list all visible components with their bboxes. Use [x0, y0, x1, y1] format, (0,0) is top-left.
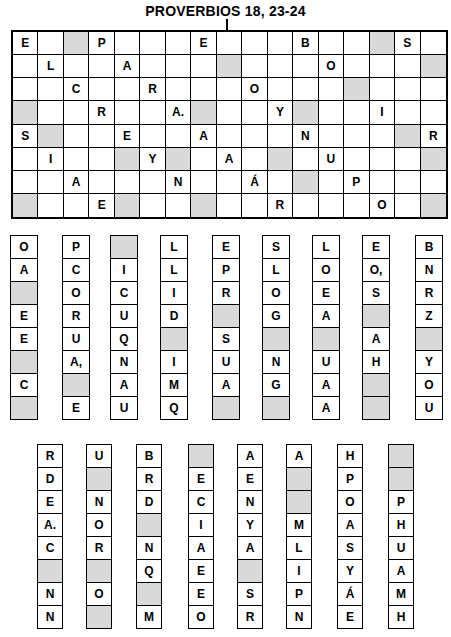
middle-strip-2-cell-6: [63, 374, 89, 397]
middle-strip-1-cell-3: E: [11, 305, 37, 328]
middle-strip-4-cell-1: L: [161, 259, 187, 282]
grid-cell-r4c0: S: [13, 125, 38, 148]
grid-cell-r7c16: [421, 194, 446, 217]
bottom-strip-6-cell-1: [287, 468, 311, 491]
middle-strip-8-cell-4: A: [363, 328, 389, 351]
grid-cell-r2c11: [293, 78, 318, 101]
grid-cell-r2c15: [395, 78, 420, 101]
grid-cell-r1c3: [89, 55, 114, 78]
grid-cell-r1c14: [370, 55, 395, 78]
middle-strip-1-cell-0: O: [11, 236, 37, 259]
bottom-strip-8-cell-5: A: [389, 560, 413, 583]
grid-cell-r4c16: R: [421, 125, 446, 148]
bottom-strip-8-cell-0: [389, 445, 413, 468]
grid-cell-r0c11: B: [293, 32, 318, 55]
grid-cell-r5c2: [64, 148, 89, 171]
middle-strip-5: EPRSUA: [212, 235, 240, 420]
bottom-strip-2-cell-0: U: [87, 445, 111, 468]
grid-cell-r1c15: [395, 55, 420, 78]
grid-cell-r7c0: [13, 194, 38, 217]
bottom-strip-7-cell-3: A: [338, 514, 362, 537]
middle-strip-2-cell-4: U: [63, 328, 89, 351]
grid-cell-r2c2: C: [64, 78, 89, 101]
middle-strip-6-cell-4: [263, 328, 289, 351]
grid-cell-r2c1: [38, 78, 63, 101]
grid-cell-r6c14: [370, 171, 395, 194]
grid-cell-r4c10: [268, 125, 293, 148]
bottom-strip-6: AMLIPN: [286, 444, 312, 629]
grid-cell-r1c8: [217, 55, 242, 78]
middle-strip-9-cell-0: B: [416, 236, 442, 259]
middle-strip-6-cell-7: [263, 397, 289, 419]
bottom-strip-5-cell-0: A: [238, 445, 262, 468]
bottom-strip-4-cell-6: E: [189, 583, 213, 606]
middle-strip-1: OAEEC: [10, 235, 38, 420]
bottom-strip-7: HPOASYÁE: [337, 444, 363, 629]
middle-strip-4-cell-3: D: [161, 305, 187, 328]
grid-cell-r3c0: [13, 101, 38, 124]
bottom-strip-1: RDEA.CNN: [37, 444, 63, 629]
middle-strip-3-cell-0: [111, 236, 137, 259]
bottom-strip-2-cell-4: R: [87, 537, 111, 560]
bottom-strip-2-cell-7: [87, 606, 111, 628]
middle-strip-7-cell-7: A: [313, 397, 339, 419]
grid-cell-r5c4: [115, 148, 140, 171]
middle-strip-5-cell-0: E: [213, 236, 239, 259]
bottom-strip-3-cell-3: [137, 514, 161, 537]
bottom-strip-8-cell-2: P: [389, 491, 413, 514]
middle-strip-6: SLOGNG: [262, 235, 290, 420]
middle-strip-7: LOEAUAA: [312, 235, 340, 420]
grid-cell-r6c15: [395, 171, 420, 194]
middle-strip-2-cell-3: R: [63, 305, 89, 328]
middle-strip-5-cell-5: U: [213, 351, 239, 374]
bottom-strip-5-cell-1: E: [238, 468, 262, 491]
middle-strip-5-cell-1: P: [213, 259, 239, 282]
middle-strip-4-cell-6: M: [161, 374, 187, 397]
middle-strip-6-cell-0: S: [263, 236, 289, 259]
grid-cell-r4c5: [140, 125, 165, 148]
bottom-strip-6-cell-5: I: [287, 560, 311, 583]
grid-cell-r6c16: [421, 171, 446, 194]
middle-strip-4-cell-0: L: [161, 236, 187, 259]
grid-cell-r6c12: [319, 171, 344, 194]
grid-cell-r0c9: [242, 32, 267, 55]
middle-strip-3-cell-7: U: [111, 397, 137, 419]
grid-cell-r7c14: O: [370, 194, 395, 217]
middle-strip-1-cell-1: A: [11, 259, 37, 282]
grid-cell-r0c15: S: [395, 32, 420, 55]
middle-strip-4-cell-2: I: [161, 282, 187, 305]
grid-cell-r4c2: [64, 125, 89, 148]
bottom-strips: RDEA.CNNUNOROBRDNQMECIAEEOAENYASRAMLIPNH…: [0, 444, 451, 629]
middle-strip-3-cell-3: U: [111, 305, 137, 328]
grid-cell-r1c11: [293, 55, 318, 78]
grid-cell-r5c7: [191, 148, 216, 171]
grid-cell-r6c2: A: [64, 171, 89, 194]
grid-cell-r7c1: [38, 194, 63, 217]
grid-cell-r0c0: E: [13, 32, 38, 55]
grid-cell-r0c14: [370, 32, 395, 55]
grid-cell-r7c9: [242, 194, 267, 217]
bottom-strip-2-cell-3: O: [87, 514, 111, 537]
grid-cell-r4c3: [89, 125, 114, 148]
bottom-strip-7-cell-0: H: [338, 445, 362, 468]
grid-cell-r1c0: [13, 55, 38, 78]
bottom-strip-5-cell-4: A: [238, 537, 262, 560]
grid-cell-r6c13: P: [344, 171, 369, 194]
grid-cell-r2c3: [89, 78, 114, 101]
middle-strip-3-cell-2: C: [111, 282, 137, 305]
grid-cell-r1c13: [344, 55, 369, 78]
middle-strip-8-cell-1: O,: [363, 259, 389, 282]
bottom-strip-1-cell-3: A.: [38, 514, 62, 537]
grid-cell-r6c10: [268, 171, 293, 194]
middle-strip-1-cell-2: [11, 282, 37, 305]
grid-cell-r7c2: [64, 194, 89, 217]
grid-cell-r0c5: [140, 32, 165, 55]
bottom-strip-2-cell-1: [87, 468, 111, 491]
grid-cell-r3c16: [421, 101, 446, 124]
middle-strip-8-cell-5: H: [363, 351, 389, 374]
middle-strip-9-cell-3: Z: [416, 305, 442, 328]
grid-cell-r4c8: [217, 125, 242, 148]
title-pointer-line: [226, 19, 228, 30]
grid-cell-r5c6: [166, 148, 191, 171]
middle-strip-8-cell-0: E: [363, 236, 389, 259]
grid-cell-r2c14: [370, 78, 395, 101]
bottom-strip-5: AENYASR: [237, 444, 263, 629]
grid-cell-r6c3: [89, 171, 114, 194]
middle-strip-8-cell-3: [363, 305, 389, 328]
bottom-strip-3-cell-4: N: [137, 537, 161, 560]
grid-cell-r4c1: [38, 125, 63, 148]
bottom-strip-1-cell-0: R: [38, 445, 62, 468]
middle-strip-7-cell-6: A: [313, 374, 339, 397]
bottom-strip-1-cell-2: E: [38, 491, 62, 514]
grid-cell-r6c1: [38, 171, 63, 194]
middle-strip-2-cell-7: E: [63, 397, 89, 419]
bottom-strip-4-cell-0: [189, 445, 213, 468]
grid-cell-r5c11: [293, 148, 318, 171]
bottom-strip-8-cell-3: H: [389, 514, 413, 537]
middle-strip-1-cell-7: [11, 397, 37, 419]
grid-cell-r3c9: [242, 101, 267, 124]
middle-strip-9-cell-6: O: [416, 374, 442, 397]
bottom-strip-6-cell-7: N: [287, 606, 311, 628]
middle-strip-7-cell-4: [313, 328, 339, 351]
bottom-strip-7-cell-2: O: [338, 491, 362, 514]
grid-cell-r7c15: [395, 194, 420, 217]
middle-strip-6-cell-6: G: [263, 374, 289, 397]
grid-cell-r4c13: [344, 125, 369, 148]
grid-cell-r7c5: [140, 194, 165, 217]
bottom-strip-5-cell-6: S: [238, 583, 262, 606]
middle-strip-8-cell-6: [363, 374, 389, 397]
grid-cell-r2c10: [268, 78, 293, 101]
grid-cell-r2c0: [13, 78, 38, 101]
puzzle-page: { "title": "PROVERBIOS 18, 23-24", "game…: [0, 0, 451, 637]
middle-strip-2-cell-5: A,: [63, 351, 89, 374]
grid-cell-r3c4: [115, 101, 140, 124]
middle-strip-9-cell-4: [416, 328, 442, 351]
bottom-strip-1-cell-7: N: [38, 606, 62, 628]
grid-cell-r1c4: A: [115, 55, 140, 78]
grid-cell-r3c8: [217, 101, 242, 124]
grid-cell-r4c6: [166, 125, 191, 148]
middle-strip-6-cell-1: L: [263, 259, 289, 282]
grid-cell-r5c16: [421, 148, 446, 171]
bottom-strip-2-cell-6: O: [87, 583, 111, 606]
middle-strip-4: LLIDIMQ: [160, 235, 188, 420]
grid-cell-r4c11: N: [293, 125, 318, 148]
bottom-strip-7-cell-7: E: [338, 606, 362, 628]
grid-cell-r3c12: [319, 101, 344, 124]
middle-strip-5-cell-7: [213, 397, 239, 419]
grid-cell-r1c6: [166, 55, 191, 78]
bottom-strip-7-cell-6: Á: [338, 583, 362, 606]
grid-cell-r7c8: [217, 194, 242, 217]
grid-cell-r0c13: [344, 32, 369, 55]
bottom-strip-4-cell-3: I: [189, 514, 213, 537]
grid-cell-r2c16: [421, 78, 446, 101]
middle-strip-9: BNRZYOU: [415, 235, 443, 420]
grid-cell-r7c3: E: [89, 194, 114, 217]
grid-cell-r2c5: R: [140, 78, 165, 101]
middle-strip-5-cell-4: S: [213, 328, 239, 351]
grid-cell-r0c2: [64, 32, 89, 55]
grid-cell-r3c5: [140, 101, 165, 124]
grid-cell-r0c4: [115, 32, 140, 55]
grid-cell-r7c6: [166, 194, 191, 217]
grid-cell-r7c4: [115, 194, 140, 217]
bottom-strip-1-cell-4: C: [38, 537, 62, 560]
grid-cell-r5c0: [13, 148, 38, 171]
grid-cell-r6c11: [293, 171, 318, 194]
middle-strip-2-cell-2: O: [63, 282, 89, 305]
middle-strip-8-cell-2: S: [363, 282, 389, 305]
middle-strip-3-cell-4: Q: [111, 328, 137, 351]
middle-strip-9-cell-5: Y: [416, 351, 442, 374]
grid-cell-r2c4: [115, 78, 140, 101]
grid-cell-r4c7: A: [191, 125, 216, 148]
grid-cell-r3c3: R: [89, 101, 114, 124]
bottom-strip-2-cell-2: N: [87, 491, 111, 514]
grid-cell-r1c10: [268, 55, 293, 78]
grid-cell-r5c8: A: [217, 148, 242, 171]
bottom-strip-4-cell-2: C: [189, 491, 213, 514]
grid-cell-r1c1: L: [38, 55, 63, 78]
middle-strip-6-cell-2: O: [263, 282, 289, 305]
grid-cell-r1c12: O: [319, 55, 344, 78]
bottom-strip-4-cell-5: E: [189, 560, 213, 583]
grid-cell-r4c4: E: [115, 125, 140, 148]
grid-cell-r4c15: [395, 125, 420, 148]
middle-strip-9-cell-7: U: [416, 397, 442, 419]
middle-strip-5-cell-3: [213, 305, 239, 328]
grid-cell-r4c12: [319, 125, 344, 148]
main-grid: EPEBSLAOCRORA.YISEANRIYAUANÁPERO: [11, 30, 448, 219]
bottom-strip-8-cell-1: [389, 468, 413, 491]
grid-cell-r3c7: [191, 101, 216, 124]
bottom-strip-6-cell-4: L: [287, 537, 311, 560]
bottom-strip-5-cell-2: N: [238, 491, 262, 514]
grid-cell-r2c8: [217, 78, 242, 101]
middle-strip-4-cell-5: I: [161, 351, 187, 374]
middle-strip-7-cell-3: A: [313, 305, 339, 328]
bottom-strip-7-cell-1: P: [338, 468, 362, 491]
grid-cell-r7c13: [344, 194, 369, 217]
bottom-strip-3-cell-1: R: [137, 468, 161, 491]
middle-strip-7-cell-2: E: [313, 282, 339, 305]
grid-cell-r5c13: [344, 148, 369, 171]
grid-cell-r0c6: [166, 32, 191, 55]
grid-cell-r3c14: I: [370, 101, 395, 124]
bottom-strip-2: UNORO: [86, 444, 112, 629]
bottom-strip-1-cell-5: [38, 560, 62, 583]
middle-strip-2-cell-1: C: [63, 259, 89, 282]
grid-cell-r0c7: E: [191, 32, 216, 55]
grid-cell-r5c9: [242, 148, 267, 171]
grid-cell-r2c6: [166, 78, 191, 101]
middle-strip-2: PCORUA,E: [62, 235, 90, 420]
grid-cell-r5c14: [370, 148, 395, 171]
grid-cell-r2c9: O: [242, 78, 267, 101]
grid-cell-r6c7: [191, 171, 216, 194]
middle-strip-6-cell-3: G: [263, 305, 289, 328]
middle-strip-5-cell-2: R: [213, 282, 239, 305]
grid-cell-r0c12: [319, 32, 344, 55]
grid-cell-r6c4: [115, 171, 140, 194]
grid-cell-r6c6: N: [166, 171, 191, 194]
grid-cell-r5c3: [89, 148, 114, 171]
grid-cell-r5c15: [395, 148, 420, 171]
middle-strip-1-cell-6: C: [11, 374, 37, 397]
grid-cell-r0c16: [421, 32, 446, 55]
grid-cell-r0c8: [217, 32, 242, 55]
grid-cell-r1c7: [191, 55, 216, 78]
middle-strip-6-cell-5: N: [263, 351, 289, 374]
grid-cell-r3c13: [344, 101, 369, 124]
bottom-strip-8-cell-6: M: [389, 583, 413, 606]
grid-cell-r2c13: [344, 78, 369, 101]
bottom-strip-8-cell-4: U: [389, 537, 413, 560]
puzzle-title: PROVERBIOS 18, 23-24: [0, 3, 451, 19]
grid-cell-r7c12: [319, 194, 344, 217]
grid-cell-r3c10: Y: [268, 101, 293, 124]
bottom-strip-1-cell-1: D: [38, 468, 62, 491]
bottom-strip-4-cell-1: E: [189, 468, 213, 491]
grid-cell-r7c11: [293, 194, 318, 217]
middle-strip-3-cell-5: N: [111, 351, 137, 374]
middle-strip-4-cell-4: [161, 328, 187, 351]
grid-cell-r6c5: [140, 171, 165, 194]
bottom-strip-5-cell-7: R: [238, 606, 262, 628]
grid-cell-r3c11: [293, 101, 318, 124]
grid-cell-r1c2: [64, 55, 89, 78]
grid-cell-r0c1: [38, 32, 63, 55]
grid-cell-r4c9: [242, 125, 267, 148]
grid-cell-r5c12: U: [319, 148, 344, 171]
grid-cell-r3c6: A.: [166, 101, 191, 124]
grid-cell-r0c10: [268, 32, 293, 55]
bottom-strip-6-cell-0: A: [287, 445, 311, 468]
middle-strip-9-cell-1: N: [416, 259, 442, 282]
grid-cell-r7c7: [191, 194, 216, 217]
bottom-strip-3-cell-5: Q: [137, 560, 161, 583]
bottom-strip-3-cell-2: D: [137, 491, 161, 514]
grid-cell-r1c5: [140, 55, 165, 78]
bottom-strip-5-cell-5: [238, 560, 262, 583]
bottom-strip-6-cell-3: M: [287, 514, 311, 537]
grid-cell-r1c16: [421, 55, 446, 78]
bottom-strip-2-cell-5: [87, 560, 111, 583]
grid-cell-r6c8: [217, 171, 242, 194]
bottom-strip-4: ECIAEEO: [188, 444, 214, 629]
middle-strip-8: EO,SAH: [362, 235, 390, 420]
middle-strip-8-cell-7: [363, 397, 389, 419]
bottom-strip-1-cell-6: N: [38, 583, 62, 606]
bottom-strip-6-cell-6: P: [287, 583, 311, 606]
grid-cell-r3c1: [38, 101, 63, 124]
bottom-strip-8: PHUAMH: [388, 444, 414, 629]
middle-strip-5-cell-6: A: [213, 374, 239, 397]
grid-cell-r6c9: Á: [242, 171, 267, 194]
grid-cell-r5c1: I: [38, 148, 63, 171]
middle-strip-7-cell-5: U: [313, 351, 339, 374]
bottom-strip-7-cell-4: S: [338, 537, 362, 560]
middle-strip-3-cell-1: I: [111, 259, 137, 282]
grid-cell-r5c5: Y: [140, 148, 165, 171]
middle-strip-1-cell-4: E: [11, 328, 37, 351]
grid-cell-r2c7: [191, 78, 216, 101]
bottom-strip-4-cell-4: A: [189, 537, 213, 560]
middle-strip-4-cell-7: Q: [161, 397, 187, 419]
grid-cell-r3c2: [64, 101, 89, 124]
grid-cell-r7c10: R: [268, 194, 293, 217]
bottom-strip-6-cell-2: [287, 491, 311, 514]
middle-strip-1-cell-5: [11, 351, 37, 374]
bottom-strip-5-cell-3: Y: [238, 514, 262, 537]
bottom-strip-4-cell-7: O: [189, 606, 213, 628]
bottom-strip-3-cell-6: [137, 583, 161, 606]
middle-strip-7-cell-1: O: [313, 259, 339, 282]
grid-cell-r2c12: [319, 78, 344, 101]
middle-strip-3: ICUQNAU: [110, 235, 138, 420]
middle-strip-7-cell-0: L: [313, 236, 339, 259]
grid-cell-r6c0: [13, 171, 38, 194]
grid-cell-r4c14: [370, 125, 395, 148]
bottom-strip-3-cell-0: B: [137, 445, 161, 468]
bottom-strip-3: BRDNQM: [136, 444, 162, 629]
middle-strips: OAEECPCORUA,EICUQNAULLIDIMQEPRSUASLOGNGL…: [0, 235, 451, 420]
middle-strip-3-cell-6: A: [111, 374, 137, 397]
bottom-strip-3-cell-7: M: [137, 606, 161, 628]
bottom-strip-7-cell-5: Y: [338, 560, 362, 583]
grid-cell-r3c15: [395, 101, 420, 124]
bottom-strip-8-cell-7: H: [389, 606, 413, 628]
grid-cell-r5c10: [268, 148, 293, 171]
middle-strip-9-cell-2: R: [416, 282, 442, 305]
grid-cell-r1c9: [242, 55, 267, 78]
grid-cell-r0c3: P: [89, 32, 114, 55]
middle-strip-2-cell-0: P: [63, 236, 89, 259]
